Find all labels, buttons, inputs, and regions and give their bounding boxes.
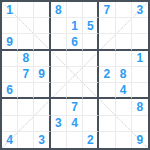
cell-r5c2[interactable]: 7 xyxy=(18,67,34,83)
cell-r9c7[interactable] xyxy=(99,132,115,148)
cell-r1c1[interactable]: 1 xyxy=(2,2,18,18)
cell-r4c1[interactable] xyxy=(2,51,18,67)
cell-r5c9[interactable] xyxy=(132,67,148,83)
cell-r6c8[interactable]: 4 xyxy=(116,83,132,99)
sudoku-grid: 187315968179286478344329 xyxy=(2,2,148,148)
cell-r7c5[interactable]: 7 xyxy=(67,99,83,115)
cell-r2c3[interactable] xyxy=(34,18,50,34)
cell-r3c1[interactable]: 9 xyxy=(2,34,18,50)
cell-r4c3[interactable] xyxy=(34,51,50,67)
cell-r4c2[interactable]: 8 xyxy=(18,51,34,67)
cell-r6c9[interactable] xyxy=(132,83,148,99)
cell-r8c7[interactable] xyxy=(99,116,115,132)
cell-r2c9[interactable] xyxy=(132,18,148,34)
cell-r1c2[interactable] xyxy=(18,2,34,18)
cell-r8c1[interactable] xyxy=(2,116,18,132)
cell-r4c4[interactable] xyxy=(51,51,67,67)
cell-r4c7[interactable] xyxy=(99,51,115,67)
sudoku-board: 187315968179286478344329 xyxy=(0,0,150,150)
cell-r1c9[interactable]: 3 xyxy=(132,2,148,18)
cell-r4c5[interactable] xyxy=(67,51,83,67)
cell-r5c8[interactable]: 8 xyxy=(116,67,132,83)
cell-r2c6[interactable]: 5 xyxy=(83,18,99,34)
cell-r1c5[interactable] xyxy=(67,2,83,18)
cell-r2c1[interactable] xyxy=(2,18,18,34)
cell-r8c3[interactable] xyxy=(34,116,50,132)
cell-r3c8[interactable] xyxy=(116,34,132,50)
cell-r3c7[interactable] xyxy=(99,34,115,50)
cell-r7c9[interactable]: 8 xyxy=(132,99,148,115)
cell-r4c9[interactable]: 1 xyxy=(132,51,148,67)
cell-r3c6[interactable] xyxy=(83,34,99,50)
cell-r1c6[interactable] xyxy=(83,2,99,18)
cell-r6c1[interactable]: 6 xyxy=(2,83,18,99)
cell-r2c7[interactable] xyxy=(99,18,115,34)
cell-r5c3[interactable]: 9 xyxy=(34,67,50,83)
cell-r9c2[interactable] xyxy=(18,132,34,148)
cell-r9c3[interactable]: 3 xyxy=(34,132,50,148)
cell-r2c5[interactable]: 1 xyxy=(67,18,83,34)
cell-r4c6[interactable] xyxy=(83,51,99,67)
cell-r3c3[interactable] xyxy=(34,34,50,50)
cell-r9c1[interactable]: 4 xyxy=(2,132,18,148)
cell-r8c2[interactable] xyxy=(18,116,34,132)
cell-r6c4[interactable] xyxy=(51,83,67,99)
cell-r7c2[interactable] xyxy=(18,99,34,115)
cell-r1c4[interactable]: 8 xyxy=(51,2,67,18)
cell-r5c4[interactable] xyxy=(51,67,67,83)
cell-r6c5[interactable] xyxy=(67,83,83,99)
cell-r6c2[interactable] xyxy=(18,83,34,99)
cell-r7c3[interactable] xyxy=(34,99,50,115)
cell-r8c6[interactable] xyxy=(83,116,99,132)
cell-r5c1[interactable] xyxy=(2,67,18,83)
cell-r2c4[interactable] xyxy=(51,18,67,34)
cell-r6c6[interactable] xyxy=(83,83,99,99)
cell-r3c2[interactable] xyxy=(18,34,34,50)
cell-r5c7[interactable]: 2 xyxy=(99,67,115,83)
cell-r4c8[interactable] xyxy=(116,51,132,67)
cell-r5c6[interactable] xyxy=(83,67,99,83)
cell-r2c8[interactable] xyxy=(116,18,132,34)
cell-r9c8[interactable] xyxy=(116,132,132,148)
cell-r8c4[interactable]: 3 xyxy=(51,116,67,132)
cell-r3c9[interactable] xyxy=(132,34,148,50)
cell-r2c2[interactable] xyxy=(18,18,34,34)
cell-r3c4[interactable] xyxy=(51,34,67,50)
cell-r7c1[interactable] xyxy=(2,99,18,115)
cell-r7c8[interactable] xyxy=(116,99,132,115)
cell-r3c5[interactable]: 6 xyxy=(67,34,83,50)
cell-r7c7[interactable] xyxy=(99,99,115,115)
cell-r9c6[interactable]: 2 xyxy=(83,132,99,148)
cell-r9c4[interactable] xyxy=(51,132,67,148)
cell-r5c5[interactable] xyxy=(67,67,83,83)
cell-r9c9[interactable]: 9 xyxy=(132,132,148,148)
cell-r1c7[interactable]: 7 xyxy=(99,2,115,18)
cell-r1c8[interactable] xyxy=(116,2,132,18)
cell-r7c4[interactable] xyxy=(51,99,67,115)
cell-r6c3[interactable] xyxy=(34,83,50,99)
cell-r8c8[interactable] xyxy=(116,116,132,132)
cell-r7c6[interactable] xyxy=(83,99,99,115)
cell-r9c5[interactable] xyxy=(67,132,83,148)
cell-r1c3[interactable] xyxy=(34,2,50,18)
cell-r6c7[interactable] xyxy=(99,83,115,99)
cell-r8c9[interactable] xyxy=(132,116,148,132)
cell-r8c5[interactable]: 4 xyxy=(67,116,83,132)
